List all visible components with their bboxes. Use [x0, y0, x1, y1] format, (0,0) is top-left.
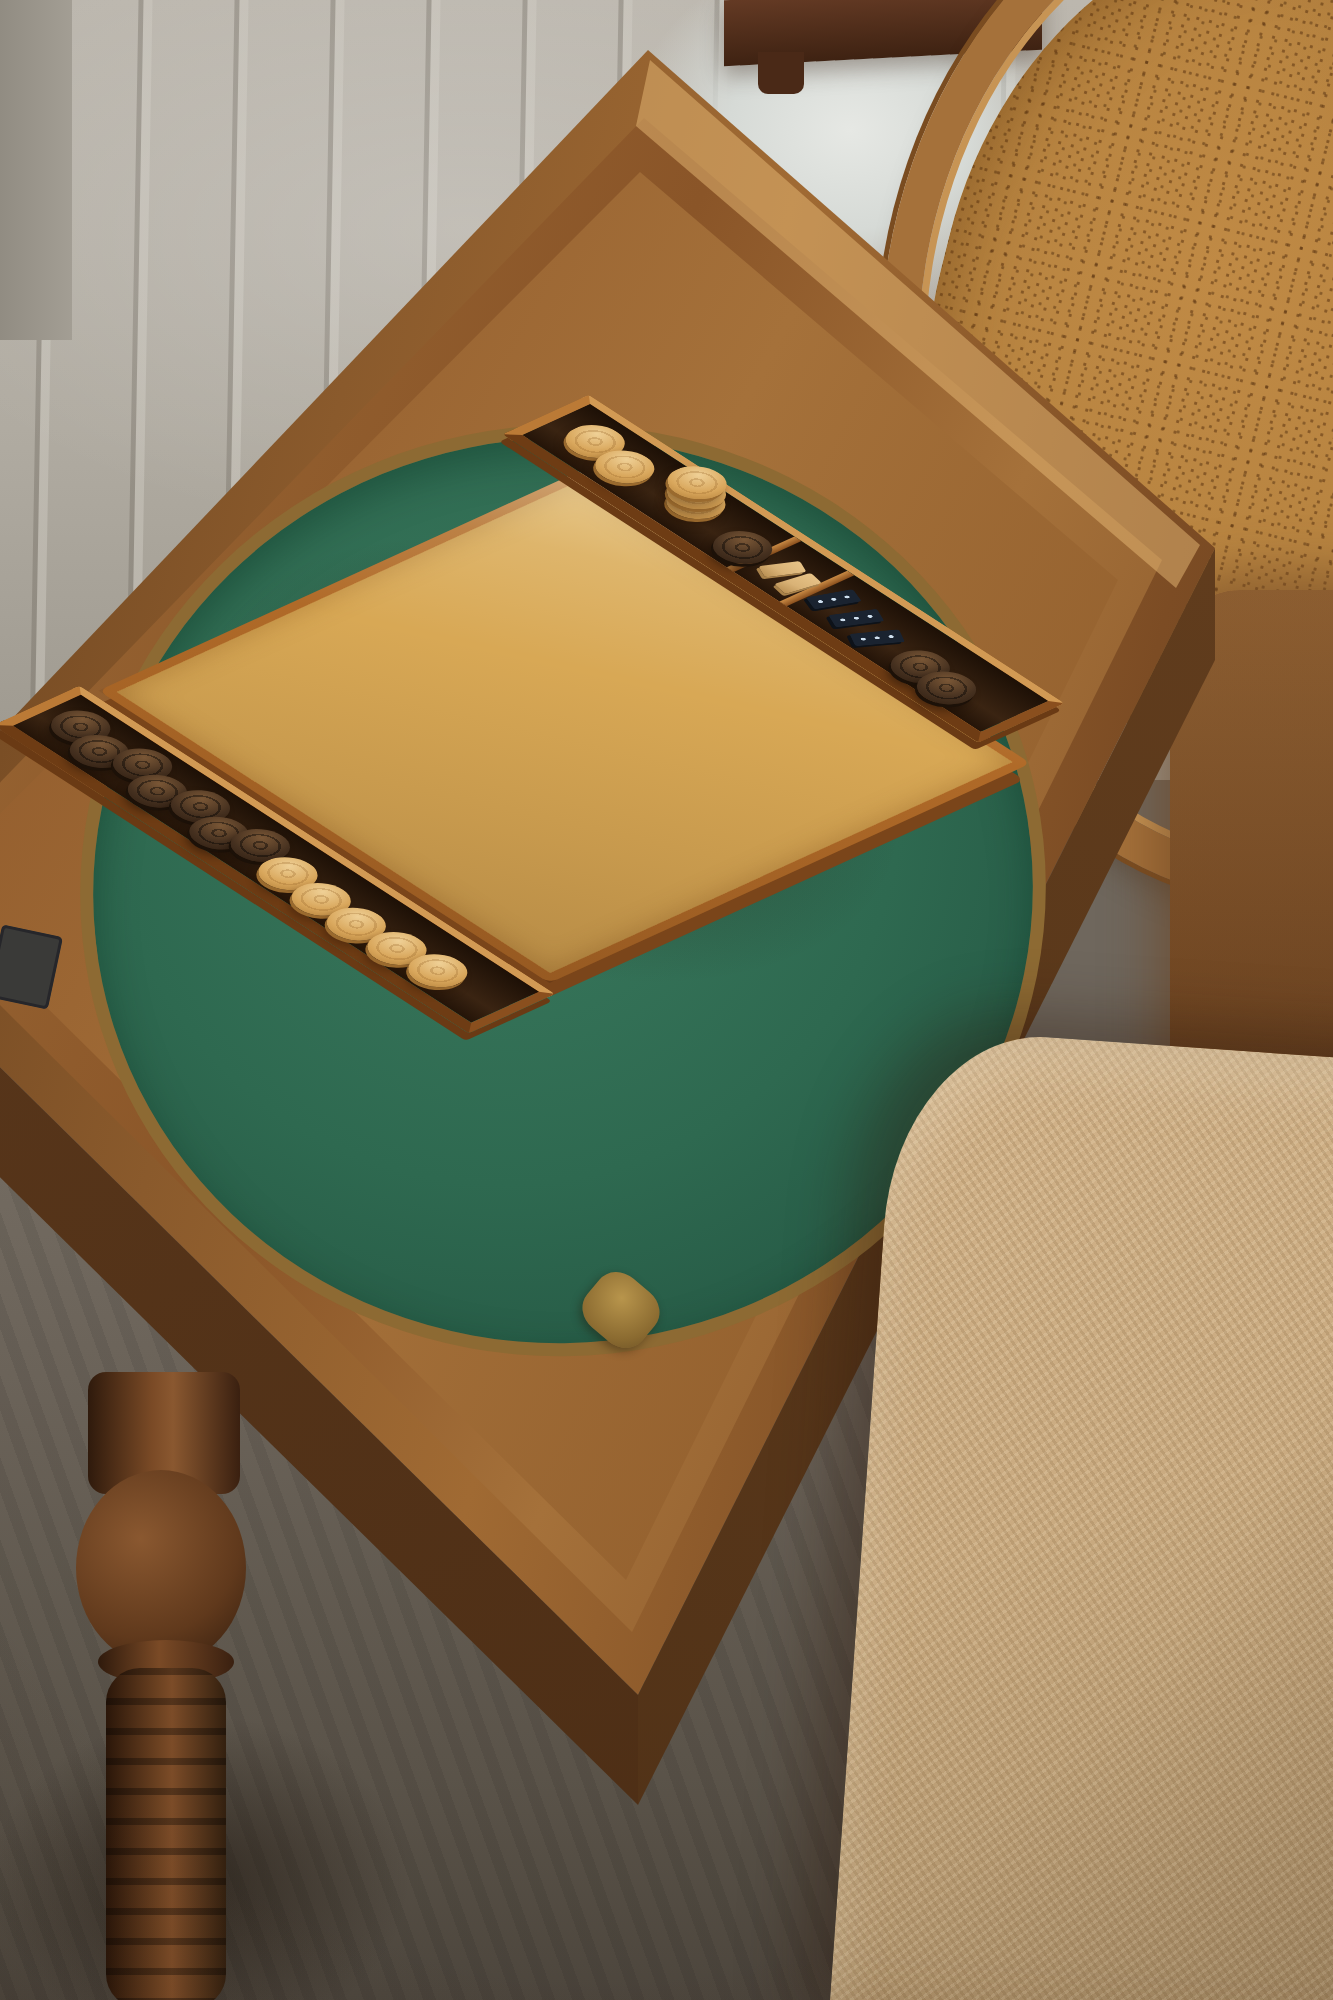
wall-dark-column: [0, 0, 72, 340]
seat-cushion: [828, 1027, 1333, 2000]
domino-tile: [828, 609, 884, 628]
domino-tile: [849, 629, 905, 646]
light-block: [758, 561, 806, 578]
table-leg-bulge: [76, 1470, 246, 1666]
table-leg-shaft: [106, 1668, 226, 2000]
photo-stage: [0, 0, 1333, 2000]
shelf-bracket: [758, 52, 804, 94]
